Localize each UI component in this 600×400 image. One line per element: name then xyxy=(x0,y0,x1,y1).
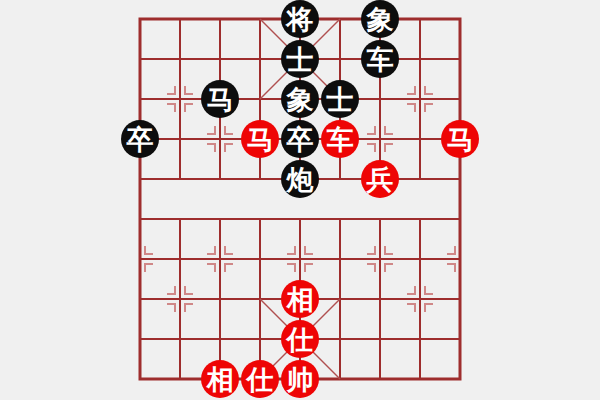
star-point-mark xyxy=(425,304,433,312)
star-point-mark xyxy=(167,86,175,94)
star-point-mark xyxy=(385,126,393,134)
star-point-mark xyxy=(367,264,375,272)
star-point-mark xyxy=(425,86,433,94)
star-point-mark xyxy=(167,304,175,312)
star-point-mark xyxy=(225,246,233,254)
piece-red-elephant[interactable]: 相 xyxy=(281,280,319,318)
star-point-mark xyxy=(447,264,455,272)
star-point-mark xyxy=(185,304,193,312)
piece-black-soldier[interactable]: 卒 xyxy=(281,120,319,158)
piece-red-general[interactable]: 帅 xyxy=(281,360,319,398)
star-point-mark xyxy=(207,264,215,272)
piece-black-cannon[interactable]: 炮 xyxy=(281,160,319,198)
star-point-mark xyxy=(407,104,415,112)
piece-black-advisor[interactable]: 士 xyxy=(281,40,319,78)
piece-red-advisor[interactable]: 仕 xyxy=(241,360,279,398)
star-point-mark xyxy=(185,86,193,94)
star-point-mark xyxy=(425,286,433,294)
star-point-mark xyxy=(167,104,175,112)
star-point-mark xyxy=(225,144,233,152)
star-point-mark xyxy=(385,144,393,152)
star-point-mark xyxy=(207,246,215,254)
star-point-mark xyxy=(145,246,153,254)
star-point-mark xyxy=(145,264,153,272)
star-point-mark xyxy=(305,264,313,272)
star-point-mark xyxy=(225,264,233,272)
star-point-mark xyxy=(167,286,175,294)
piece-black-advisor[interactable]: 士 xyxy=(321,80,359,118)
piece-red-elephant[interactable]: 相 xyxy=(201,360,239,398)
star-point-mark xyxy=(425,104,433,112)
piece-black-soldier[interactable]: 卒 xyxy=(121,120,159,158)
star-point-mark xyxy=(367,126,375,134)
piece-black-horse[interactable]: 马 xyxy=(201,80,239,118)
star-point-mark xyxy=(407,86,415,94)
star-point-mark xyxy=(367,246,375,254)
piece-red-soldier[interactable]: 兵 xyxy=(361,160,399,198)
star-point-mark xyxy=(287,264,295,272)
star-point-mark xyxy=(185,286,193,294)
star-point-mark xyxy=(305,246,313,254)
piece-black-chariot[interactable]: 车 xyxy=(361,40,399,78)
star-point-mark xyxy=(225,126,233,134)
piece-black-elephant[interactable]: 象 xyxy=(361,0,399,38)
piece-red-horse[interactable]: 马 xyxy=(241,120,279,158)
star-point-mark xyxy=(407,286,415,294)
star-point-mark xyxy=(367,144,375,152)
star-point-mark xyxy=(207,144,215,152)
piece-red-horse[interactable]: 马 xyxy=(441,120,479,158)
star-point-mark xyxy=(385,264,393,272)
screenshot-stage: 将象士车马象士卒马卒车马炮兵相仕相仕帅 xyxy=(0,0,600,400)
star-point-mark xyxy=(447,246,455,254)
piece-black-elephant[interactable]: 象 xyxy=(281,80,319,118)
piece-black-general[interactable]: 将 xyxy=(281,0,319,38)
star-point-mark xyxy=(207,126,215,134)
star-point-mark xyxy=(185,104,193,112)
star-point-mark xyxy=(287,246,295,254)
star-point-mark xyxy=(407,304,415,312)
piece-red-advisor[interactable]: 仕 xyxy=(281,320,319,358)
piece-red-chariot[interactable]: 车 xyxy=(321,120,359,158)
star-point-mark xyxy=(385,246,393,254)
xiangqi-board: 将象士车马象士卒马卒车马炮兵相仕相仕帅 xyxy=(140,19,460,379)
